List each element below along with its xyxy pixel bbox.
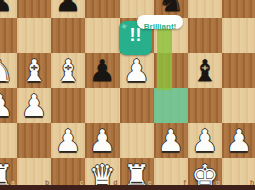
piece-white-pawn-a3[interactable]: ♟ xyxy=(0,88,17,123)
square-c6[interactable]: ♟ xyxy=(51,0,85,18)
square-g3[interactable] xyxy=(188,88,222,123)
piece-black-pawn-c6[interactable]: ♟ xyxy=(51,0,85,18)
square-b2[interactable] xyxy=(17,123,51,158)
piece-white-pawn-h2[interactable]: ♟ xyxy=(222,123,255,158)
square-c2[interactable]: ♟ xyxy=(51,123,85,158)
piece-black-pawn-d4[interactable]: ♟ xyxy=(85,53,119,88)
move-arrow xyxy=(157,29,172,90)
square-h6[interactable] xyxy=(222,0,255,18)
square-g6[interactable] xyxy=(188,0,222,18)
square-d5[interactable] xyxy=(85,18,119,53)
brilliant-toast-label: Brilliant! xyxy=(144,22,176,31)
square-e3[interactable] xyxy=(120,88,154,123)
square-g5[interactable] xyxy=(188,18,222,53)
square-a2[interactable] xyxy=(0,123,17,158)
piece-black-bishop-g4[interactable]: ♝ xyxy=(188,53,222,88)
square-d6[interactable] xyxy=(85,0,119,18)
square-e4[interactable]: ♟ xyxy=(120,53,154,88)
square-d3[interactable] xyxy=(85,88,119,123)
square-a5[interactable] xyxy=(0,18,17,53)
square-c3[interactable] xyxy=(51,88,85,123)
square-d2[interactable]: ♟ xyxy=(85,123,119,158)
square-h3[interactable] xyxy=(222,88,255,123)
square-d4[interactable]: ♟ xyxy=(85,53,119,88)
square-c4[interactable]: ♝ xyxy=(51,53,85,88)
square-g2[interactable]: ♟ xyxy=(188,123,222,158)
square-b4[interactable]: ♝ xyxy=(17,53,51,88)
piece-white-pawn-b3[interactable]: ♟ xyxy=(17,88,51,123)
piece-white-bishop-b4[interactable]: ♝ xyxy=(17,53,51,88)
piece-white-bishop-c4[interactable]: ♝ xyxy=(51,53,85,88)
piece-white-pawn-c2[interactable]: ♟ xyxy=(51,123,85,158)
board-bottom-edge xyxy=(0,185,255,190)
piece-white-pawn-d2[interactable]: ♟ xyxy=(85,123,119,158)
piece-white-pawn-e4[interactable]: ♟ xyxy=(120,53,154,88)
square-h5[interactable] xyxy=(222,18,255,53)
piece-white-pawn-f2[interactable]: ♟ xyxy=(154,123,188,158)
highlight-square-f3 xyxy=(154,88,188,123)
chessboard[interactable]: ♟♟♞♞♝♝♟♟♝♟♟♟♟♟♟♟a♜bcd♛e♜fg♚h ✦ !! Brilli… xyxy=(0,0,255,190)
square-a4[interactable]: ♞ xyxy=(0,53,17,88)
square-c5[interactable] xyxy=(51,18,85,53)
square-a3[interactable]: ♟ xyxy=(0,88,17,123)
square-h2[interactable]: ♟ xyxy=(222,123,255,158)
square-g4[interactable]: ♝ xyxy=(188,53,222,88)
square-a6[interactable]: ♟ xyxy=(0,0,17,18)
square-f2[interactable]: ♟ xyxy=(154,123,188,158)
piece-white-knight-a4[interactable]: ♞ xyxy=(0,53,17,88)
square-b3[interactable]: ♟ xyxy=(17,88,51,123)
piece-white-pawn-g2[interactable]: ♟ xyxy=(188,123,222,158)
brilliant-toast: Brilliant! xyxy=(137,15,183,29)
square-b5[interactable] xyxy=(17,18,51,53)
square-h4[interactable] xyxy=(222,53,255,88)
square-b6[interactable] xyxy=(17,0,51,18)
square-e2[interactable] xyxy=(120,123,154,158)
piece-black-pawn-a6[interactable]: ♟ xyxy=(0,0,17,18)
